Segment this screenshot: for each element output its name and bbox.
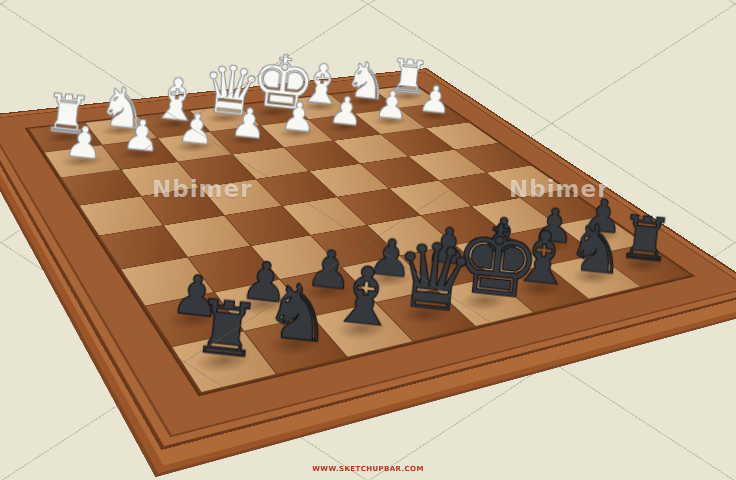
piece-white-pawn[interactable]: ♟ xyxy=(219,100,277,143)
piece-white-pawn[interactable]: ♟ xyxy=(167,106,227,150)
piece-white-pawn[interactable]: ♟ xyxy=(318,89,374,130)
piece-white-pawn[interactable]: ♟ xyxy=(111,112,172,157)
sketchup-render-scene: ♜♞♝♛♚♝♞♜♟♟♟♟♟♟♟♟♟♟♟♟♟♟♟♟♜♞♝♛♚♝♞♜ Nbimer … xyxy=(0,0,736,480)
square-d4[interactable] xyxy=(257,171,337,205)
square-h4[interactable] xyxy=(455,143,530,172)
square-a8[interactable]: ♜ xyxy=(172,332,276,392)
chess-board: ♜♞♝♛♚♝♞♜♟♟♟♟♟♟♟♟♟♟♟♟♟♟♟♟♜♞♝♛♚♝♞♜ xyxy=(0,68,736,450)
piece-white-pawn[interactable]: ♟ xyxy=(53,118,116,164)
piece-black-rook[interactable]: ♜ xyxy=(184,289,269,364)
piece-black-knight[interactable]: ♞ xyxy=(257,270,340,348)
piece-white-pawn[interactable]: ♟ xyxy=(270,94,327,136)
footer-url: WWW.SKETCHUPBAR.COM xyxy=(0,465,736,473)
chess-board-grid: ♜♞♝♛♚♝♞♜♟♟♟♟♟♟♟♟♟♟♟♟♟♟♟♟♜♞♝♛♚♝♞♜ xyxy=(25,84,696,397)
square-a2[interactable]: ♟ xyxy=(45,145,120,177)
